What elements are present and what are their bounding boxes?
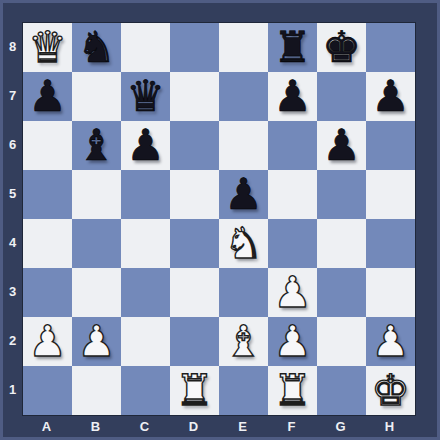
- square-a8[interactable]: ♛: [23, 23, 72, 72]
- square-h5[interactable]: [366, 170, 415, 219]
- square-g5[interactable]: [317, 170, 366, 219]
- square-c7[interactable]: ♛: [121, 72, 170, 121]
- file-label-f: F: [267, 416, 316, 437]
- square-e4[interactable]: ♞: [219, 219, 268, 268]
- rank-label-7: 7: [3, 71, 22, 120]
- square-f2[interactable]: ♟: [268, 317, 317, 366]
- square-d4[interactable]: [170, 219, 219, 268]
- piece-black-bishop: ♝: [77, 124, 116, 167]
- piece-white-pawn: ♟: [273, 271, 312, 314]
- file-label-c: C: [120, 416, 169, 437]
- piece-white-queen: ♛: [28, 26, 67, 69]
- file-label-a: A: [22, 416, 71, 437]
- chess-board: ♛♞♜♚♟♛♟♟♝♟♟♟♞♟♟♟♝♟♟♜♜♚: [22, 22, 416, 416]
- square-f6[interactable]: [268, 121, 317, 170]
- piece-white-pawn: ♟: [28, 320, 67, 363]
- piece-black-pawn: ♟: [371, 75, 410, 118]
- piece-white-king: ♚: [371, 369, 410, 412]
- square-c5[interactable]: [121, 170, 170, 219]
- square-b6[interactable]: ♝: [72, 121, 121, 170]
- rank-label-1: 1: [3, 365, 22, 414]
- square-f4[interactable]: [268, 219, 317, 268]
- square-a2[interactable]: ♟: [23, 317, 72, 366]
- square-h8[interactable]: [366, 23, 415, 72]
- square-a6[interactable]: [23, 121, 72, 170]
- file-label-g: G: [316, 416, 365, 437]
- piece-white-pawn: ♟: [371, 320, 410, 363]
- rank-label-5: 5: [3, 169, 22, 218]
- square-e2[interactable]: ♝: [219, 317, 268, 366]
- piece-white-bishop: ♝: [224, 320, 263, 363]
- square-h4[interactable]: [366, 219, 415, 268]
- square-h1[interactable]: ♚: [366, 366, 415, 415]
- file-labels: ABCDEFGH: [22, 416, 414, 437]
- piece-black-pawn: ♟: [28, 75, 67, 118]
- square-f3[interactable]: ♟: [268, 268, 317, 317]
- square-a3[interactable]: [23, 268, 72, 317]
- file-label-b: B: [71, 416, 120, 437]
- piece-black-pawn: ♟: [224, 173, 263, 216]
- square-e1[interactable]: [219, 366, 268, 415]
- square-d6[interactable]: [170, 121, 219, 170]
- piece-black-knight: ♞: [77, 26, 116, 69]
- file-label-d: D: [169, 416, 218, 437]
- square-c3[interactable]: [121, 268, 170, 317]
- square-e6[interactable]: [219, 121, 268, 170]
- board-frame: 87654321 ABCDEFGH ♛♞♜♚♟♛♟♟♝♟♟♟♞♟♟♟♝♟♟♜♜♚: [0, 0, 440, 440]
- square-d1[interactable]: ♜: [170, 366, 219, 415]
- square-d5[interactable]: [170, 170, 219, 219]
- piece-black-queen: ♛: [126, 75, 165, 118]
- rank-label-3: 3: [3, 267, 22, 316]
- rank-label-4: 4: [3, 218, 22, 267]
- square-e5[interactable]: ♟: [219, 170, 268, 219]
- square-e3[interactable]: [219, 268, 268, 317]
- square-d7[interactable]: [170, 72, 219, 121]
- square-f1[interactable]: ♜: [268, 366, 317, 415]
- piece-black-rook: ♜: [273, 26, 312, 69]
- square-c6[interactable]: ♟: [121, 121, 170, 170]
- square-a7[interactable]: ♟: [23, 72, 72, 121]
- square-g2[interactable]: [317, 317, 366, 366]
- square-g7[interactable]: [317, 72, 366, 121]
- piece-black-pawn: ♟: [322, 124, 361, 167]
- square-g1[interactable]: [317, 366, 366, 415]
- piece-white-rook: ♜: [273, 369, 312, 412]
- rank-label-8: 8: [3, 22, 22, 71]
- piece-white-knight: ♞: [224, 222, 263, 265]
- piece-white-pawn: ♟: [77, 320, 116, 363]
- square-d8[interactable]: [170, 23, 219, 72]
- rank-label-2: 2: [3, 316, 22, 365]
- piece-black-king: ♚: [322, 26, 361, 69]
- square-f8[interactable]: ♜: [268, 23, 317, 72]
- square-h2[interactable]: ♟: [366, 317, 415, 366]
- square-c1[interactable]: [121, 366, 170, 415]
- square-b1[interactable]: [72, 366, 121, 415]
- square-e8[interactable]: [219, 23, 268, 72]
- rank-label-6: 6: [3, 120, 22, 169]
- piece-black-pawn: ♟: [126, 124, 165, 167]
- square-a4[interactable]: [23, 219, 72, 268]
- piece-white-pawn: ♟: [273, 320, 312, 363]
- square-f5[interactable]: [268, 170, 317, 219]
- square-b5[interactable]: [72, 170, 121, 219]
- square-c2[interactable]: [121, 317, 170, 366]
- square-h3[interactable]: [366, 268, 415, 317]
- square-b3[interactable]: [72, 268, 121, 317]
- square-a5[interactable]: [23, 170, 72, 219]
- square-e7[interactable]: [219, 72, 268, 121]
- square-d2[interactable]: [170, 317, 219, 366]
- piece-white-rook: ♜: [175, 369, 214, 412]
- square-f7[interactable]: ♟: [268, 72, 317, 121]
- square-a1[interactable]: [23, 366, 72, 415]
- square-c8[interactable]: [121, 23, 170, 72]
- square-b8[interactable]: ♞: [72, 23, 121, 72]
- square-c4[interactable]: [121, 219, 170, 268]
- square-g6[interactable]: ♟: [317, 121, 366, 170]
- file-label-h: H: [365, 416, 414, 437]
- square-d3[interactable]: [170, 268, 219, 317]
- piece-black-pawn: ♟: [273, 75, 312, 118]
- square-g4[interactable]: [317, 219, 366, 268]
- square-g3[interactable]: [317, 268, 366, 317]
- square-b4[interactable]: [72, 219, 121, 268]
- square-g8[interactable]: ♚: [317, 23, 366, 72]
- file-label-e: E: [218, 416, 267, 437]
- square-h6[interactable]: [366, 121, 415, 170]
- square-h7[interactable]: ♟: [366, 72, 415, 121]
- rank-labels: 87654321: [3, 22, 22, 414]
- square-b7[interactable]: [72, 72, 121, 121]
- square-b2[interactable]: ♟: [72, 317, 121, 366]
